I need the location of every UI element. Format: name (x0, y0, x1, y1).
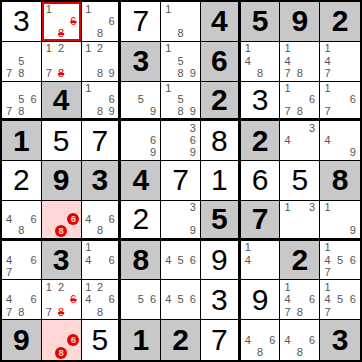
empty-candidate-slot (43, 225, 55, 237)
cell-r9c3[interactable]: 5 (82, 320, 122, 360)
pencil-marks: 168 (43, 3, 80, 40)
pencil-marks: 369 (162, 122, 199, 159)
candidate: 4 (83, 254, 95, 266)
empty-candidate-slot (321, 94, 334, 106)
given-digit: 3 (92, 165, 109, 195)
empty-candidate-slot (106, 202, 118, 214)
cell-r1c5[interactable]: 18 (161, 2, 201, 42)
cell-r2c7[interactable]: 148 (241, 42, 281, 82)
empty-candidate-slot (187, 28, 199, 40)
empty-candidate-slot (122, 135, 134, 147)
empty-candidate-slot (162, 202, 174, 214)
empty-candidate-slot (254, 266, 266, 278)
candidate: 4 (281, 135, 293, 147)
candidate: 1 (321, 43, 334, 55)
cell-r2c4[interactable]: 3 (121, 42, 161, 82)
empty-candidate-slot (266, 254, 278, 266)
given-digit: 9 (53, 165, 70, 195)
empty-candidate-slot (83, 67, 95, 79)
empty-candidate-slot (162, 67, 174, 79)
candidate: 9 (147, 147, 159, 159)
empty-candidate-slot (55, 334, 67, 347)
empty-candidate-slot (187, 306, 199, 318)
given-digit: 1 (13, 126, 30, 156)
pencil-marks: 1278 (43, 43, 80, 80)
pencil-marks: 39 (162, 202, 199, 237)
candidate: 6 (28, 213, 40, 225)
cell-r9c5[interactable]: 2 (161, 320, 201, 360)
empty-candidate-slot (122, 306, 134, 318)
empty-candidate-slot (174, 135, 186, 147)
empty-candidate-slot (306, 147, 318, 159)
eliminated-candidate: 8 (55, 67, 67, 79)
empty-candidate-slot (254, 334, 266, 347)
empty-candidate-slot (94, 15, 106, 27)
cell-r7c6[interactable]: 9 (201, 241, 241, 281)
candidate: 3 (306, 122, 318, 134)
cell-r3c2[interactable]: 4 (42, 82, 82, 122)
empty-candidate-slot (306, 306, 318, 318)
cell-r1c6[interactable]: 4 (201, 2, 241, 42)
empty-candidate-slot (294, 55, 306, 67)
cell-r6c5[interactable]: 39 (161, 201, 201, 241)
candidate: 8 (294, 106, 306, 118)
empty-candidate-slot (67, 55, 79, 67)
empty-candidate-slot (346, 55, 359, 67)
empty-candidate-slot (187, 242, 199, 254)
empty-candidate-slot (306, 213, 318, 225)
given-digit: 1 (132, 325, 149, 355)
given-digit: 8 (132, 245, 149, 275)
empty-candidate-slot (106, 28, 118, 40)
cell-r3c8[interactable]: 1678 (280, 82, 320, 122)
empty-candidate-slot (147, 281, 159, 293)
cell-r8c3[interactable]: 12468 (82, 280, 122, 320)
pair-candidate-badge: 6 (67, 213, 79, 225)
empty-candidate-slot (346, 202, 359, 214)
empty-candidate-slot (3, 43, 15, 55)
cell-r5c3[interactable]: 3 (82, 161, 122, 201)
pencil-marks: 14 (242, 242, 279, 279)
empty-candidate-slot (174, 3, 186, 15)
empty-candidate-slot (334, 202, 347, 214)
cell-r6c6[interactable]: 5 (201, 201, 241, 241)
candidate-slot: 8 (55, 225, 67, 237)
candidate: 6 (106, 294, 118, 306)
empty-candidate-slot (3, 225, 15, 237)
empty-candidate-slot (135, 135, 147, 147)
cell-r4c2[interactable]: 5 (42, 121, 82, 161)
empty-candidate-slot (174, 122, 186, 134)
cell-r7c4[interactable]: 8 (121, 241, 161, 281)
empty-candidate-slot (281, 225, 293, 237)
empty-candidate-slot (147, 94, 159, 106)
candidate: 1 (242, 242, 254, 254)
empty-candidate-slot (294, 334, 306, 347)
candidate: 1 (242, 43, 254, 55)
empty-candidate-slot (3, 242, 15, 254)
empty-candidate-slot (242, 266, 254, 278)
cell-r2c3[interactable]: 1289 (82, 42, 122, 82)
empty-candidate-slot (281, 321, 293, 334)
cell-r1c7[interactable]: 5 (241, 2, 281, 42)
empty-candidate-slot (106, 83, 118, 95)
cell-r5c8[interactable]: 5 (280, 161, 320, 201)
empty-candidate-slot (334, 106, 347, 118)
cell-r6c7[interactable]: 7 (241, 201, 281, 241)
candidate: 5 (135, 294, 147, 306)
cell-r9c7[interactable]: 468 (241, 320, 281, 360)
cell-r2c1[interactable]: 578 (2, 42, 42, 82)
cell-r8c9[interactable]: 14567 (320, 280, 360, 320)
empty-candidate-slot (83, 225, 95, 237)
pencil-marks: 468 (83, 202, 118, 237)
empty-candidate-slot (174, 213, 186, 225)
candidate: 8 (94, 306, 106, 318)
candidate: 7 (3, 306, 15, 318)
empty-candidate-slot (28, 43, 40, 55)
empty-candidate-slot (174, 306, 186, 318)
candidate: 6 (187, 254, 199, 266)
cell-r9c2[interactable]: 68 (42, 320, 82, 360)
empty-candidate-slot (3, 94, 15, 106)
empty-candidate-slot (162, 135, 174, 147)
empty-candidate-slot (28, 55, 40, 67)
pencil-marks: 1589 (162, 83, 199, 118)
pencil-marks: 1678 (281, 83, 318, 118)
solved-digit: 3 (211, 285, 228, 315)
cell-r1c1[interactable]: 3 (2, 2, 42, 42)
cell-r1c2[interactable]: 168 (42, 2, 82, 42)
cell-r2c2[interactable]: 1278 (42, 42, 82, 82)
candidate: 1 (43, 3, 55, 15)
solved-digit: 6 (252, 165, 269, 195)
empty-candidate-slot (174, 225, 186, 237)
given-digit: 2 (252, 126, 269, 156)
empty-candidate-slot (106, 306, 118, 318)
pencil-marks: 14567 (321, 281, 359, 318)
candidate: 5 (334, 254, 347, 266)
cell-r4c6[interactable]: 8 (201, 121, 241, 161)
solved-digit: 8 (211, 126, 228, 156)
candidate: 8 (254, 67, 266, 79)
cell-r3c1[interactable]: 5678 (2, 82, 42, 122)
cell-r6c9[interactable]: 19 (320, 201, 360, 241)
empty-candidate-slot (67, 346, 79, 359)
empty-candidate-slot (294, 294, 306, 306)
pencil-marks: 468 (242, 321, 279, 359)
eliminated-candidate: 6 (67, 294, 79, 306)
empty-candidate-slot (334, 242, 347, 254)
empty-candidate-slot (346, 281, 359, 293)
cell-r4c4[interactable]: 69 (121, 121, 161, 161)
cell-r2c5[interactable]: 1589 (161, 42, 201, 82)
empty-candidate-slot (94, 3, 106, 15)
empty-candidate-slot (346, 266, 359, 278)
empty-candidate-slot (254, 43, 266, 55)
empty-candidate-slot (147, 83, 159, 95)
empty-candidate-slot (346, 83, 359, 95)
empty-candidate-slot (94, 94, 106, 106)
cell-r5c1[interactable]: 2 (2, 161, 42, 201)
cell-r1c9[interactable]: 2 (320, 2, 360, 42)
empty-candidate-slot (106, 43, 118, 55)
empty-candidate-slot (55, 3, 67, 15)
solved-digit: 1 (211, 165, 228, 195)
cell-r5c2[interactable]: 9 (42, 161, 82, 201)
empty-candidate-slot (346, 106, 359, 118)
cell-r1c8[interactable]: 9 (280, 2, 320, 42)
candidate-slot: 8 (55, 346, 67, 359)
cell-r8c7[interactable]: 9 (241, 280, 281, 320)
pencil-marks: 14678 (281, 281, 318, 318)
pencil-marks: 146 (83, 242, 118, 279)
empty-candidate-slot (162, 266, 174, 278)
candidate: 5 (174, 254, 186, 266)
empty-candidate-slot (321, 213, 334, 225)
empty-candidate-slot (174, 266, 186, 278)
cell-r3c7[interactable]: 3 (241, 82, 281, 122)
given-digit: 5 (211, 204, 228, 234)
empty-candidate-slot (83, 28, 95, 40)
cell-r1c4[interactable]: 7 (121, 2, 161, 42)
candidate: 8 (294, 67, 306, 79)
candidate: 5 (135, 94, 147, 106)
cell-r9c8[interactable]: 468 (280, 320, 320, 360)
cell-r3c9[interactable]: 167 (320, 82, 360, 122)
cell-r3c5[interactable]: 1589 (161, 82, 201, 122)
solved-digit: 3 (13, 6, 30, 36)
cell-r2c6[interactable]: 6 (201, 42, 241, 82)
sudoku-board: 3168168718459257812781289315896148147814… (0, 0, 362, 362)
empty-candidate-slot (281, 213, 293, 225)
cell-r6c4[interactable]: 2 (121, 201, 161, 241)
candidate: 1 (83, 43, 95, 55)
cell-r4c8[interactable]: 34 (280, 121, 320, 161)
empty-candidate-slot (28, 225, 40, 237)
cell-r7c5[interactable]: 456 (161, 241, 201, 281)
cell-r6c3[interactable]: 468 (82, 201, 122, 241)
candidate: 1 (321, 83, 334, 95)
cell-r6c1[interactable]: 468 (2, 201, 42, 241)
empty-candidate-slot (266, 266, 278, 278)
cell-r4c3[interactable]: 7 (82, 121, 122, 161)
candidate-slot: 6 (67, 213, 79, 225)
cell-r6c2[interactable]: 68 (42, 201, 82, 241)
cell-r7c1[interactable]: 467 (2, 241, 42, 281)
candidate: 1 (83, 3, 95, 15)
empty-candidate-slot (43, 55, 55, 67)
candidate: 8 (15, 106, 27, 118)
candidate: 9 (106, 106, 118, 118)
empty-candidate-slot (3, 281, 15, 293)
empty-candidate-slot (294, 225, 306, 237)
pencil-marks: 167 (321, 83, 359, 118)
empty-candidate-slot (187, 3, 199, 15)
empty-candidate-slot (94, 242, 106, 254)
given-digit: 3 (332, 325, 349, 355)
pencil-marks: 68 (43, 202, 80, 237)
candidate: 6 (28, 94, 40, 106)
cell-r2c9[interactable]: 147 (320, 42, 360, 82)
empty-candidate-slot (122, 106, 134, 118)
empty-candidate-slot (174, 83, 186, 95)
pencil-marks: 18 (162, 3, 199, 40)
empty-candidate-slot (162, 306, 174, 318)
candidate: 6 (306, 334, 318, 347)
empty-candidate-slot (15, 266, 27, 278)
given-digit: 5 (252, 6, 269, 36)
empty-candidate-slot (106, 225, 118, 237)
cell-r5c6[interactable]: 1 (201, 161, 241, 201)
empty-candidate-slot (135, 83, 147, 95)
empty-candidate-slot (346, 122, 359, 134)
candidate: 3 (187, 122, 199, 134)
empty-candidate-slot (122, 94, 134, 106)
empty-candidate-slot (28, 202, 40, 214)
candidate: 7 (3, 67, 15, 79)
cell-r8c6[interactable]: 3 (201, 280, 241, 320)
candidate: 6 (28, 254, 40, 266)
given-digit: 6 (211, 46, 228, 76)
empty-candidate-slot (254, 254, 266, 266)
empty-candidate-slot (162, 122, 174, 134)
cell-r9c6[interactable]: 7 (201, 320, 241, 360)
cell-r4c9[interactable]: 49 (320, 121, 360, 161)
cell-r5c7[interactable]: 6 (241, 161, 281, 201)
pencil-marks: 1289 (83, 43, 118, 80)
cell-r7c8[interactable]: 2 (280, 241, 320, 281)
empty-candidate-slot (254, 321, 266, 334)
candidate: 9 (187, 225, 199, 237)
empty-candidate-slot (135, 281, 147, 293)
candidate: 9 (147, 106, 159, 118)
cell-r6c8[interactable]: 13 (280, 201, 320, 241)
empty-candidate-slot (162, 55, 174, 67)
candidate-slot: 6 (67, 334, 79, 347)
candidate: 9 (187, 106, 199, 118)
empty-candidate-slot (306, 106, 318, 118)
pencil-marks: 468 (3, 202, 40, 237)
cell-r2c8[interactable]: 1478 (280, 42, 320, 82)
empty-candidate-slot (187, 55, 199, 67)
empty-candidate-slot (266, 242, 278, 254)
pencil-marks: 68 (43, 321, 80, 359)
candidate: 1 (321, 242, 334, 254)
empty-candidate-slot (15, 202, 27, 214)
cell-r7c9[interactable]: 14567 (320, 241, 360, 281)
cell-r5c9[interactable]: 8 (320, 161, 360, 201)
cell-r5c5[interactable]: 7 (161, 161, 201, 201)
cell-r5c4[interactable]: 4 (121, 161, 161, 201)
empty-candidate-slot (94, 254, 106, 266)
cell-r8c8[interactable]: 14678 (280, 280, 320, 320)
candidate: 8 (94, 106, 106, 118)
candidate: 6 (187, 135, 199, 147)
candidate: 5 (174, 294, 186, 306)
cell-r9c1[interactable]: 9 (2, 320, 42, 360)
given-digit: 4 (132, 165, 149, 195)
solved-digit: 5 (53, 126, 70, 156)
candidate: 1 (83, 83, 95, 95)
candidate: 8 (294, 306, 306, 318)
empty-candidate-slot (294, 321, 306, 334)
candidate: 6 (306, 94, 318, 106)
candidate: 6 (106, 213, 118, 225)
cell-r9c9[interactable]: 3 (320, 320, 360, 360)
cell-r3c4[interactable]: 59 (121, 82, 161, 122)
cell-r9c4[interactable]: 1 (121, 320, 161, 360)
pair-candidate-badge: 6 (67, 334, 79, 346)
cell-r4c1[interactable]: 1 (2, 121, 42, 161)
empty-candidate-slot (346, 306, 359, 318)
empty-candidate-slot (28, 106, 40, 118)
empty-candidate-slot (67, 28, 79, 40)
candidate: 4 (242, 55, 254, 67)
cell-r4c7[interactable]: 2 (241, 121, 281, 161)
empty-candidate-slot (162, 242, 174, 254)
empty-candidate-slot (147, 122, 159, 134)
candidate: 4 (321, 294, 334, 306)
solved-digit: 7 (92, 126, 109, 156)
candidate: 8 (15, 67, 27, 79)
empty-candidate-slot (83, 94, 95, 106)
solved-digit: 5 (291, 165, 308, 195)
empty-candidate-slot (122, 281, 134, 293)
cell-r7c2[interactable]: 3 (42, 241, 82, 281)
pencil-marks: 69 (122, 122, 159, 159)
candidate: 1 (281, 83, 293, 95)
cell-r8c4[interactable]: 56 (121, 280, 161, 320)
empty-candidate-slot (67, 3, 79, 15)
empty-candidate-slot (294, 213, 306, 225)
candidate: 2 (94, 43, 106, 55)
cell-r4c5[interactable]: 369 (161, 121, 201, 161)
empty-candidate-slot (334, 83, 347, 95)
empty-candidate-slot (28, 281, 40, 293)
cell-r8c1[interactable]: 4678 (2, 280, 42, 320)
empty-candidate-slot (15, 281, 27, 293)
empty-candidate-slot (67, 281, 79, 293)
candidate: 4 (321, 135, 334, 147)
cell-r8c5[interactable]: 456 (161, 280, 201, 320)
solved-digit: 7 (132, 6, 149, 36)
candidate: 6 (266, 334, 278, 347)
empty-candidate-slot (43, 213, 55, 225)
empty-candidate-slot (162, 94, 174, 106)
cell-r3c3[interactable]: 1689 (82, 82, 122, 122)
candidate: 1 (162, 3, 174, 15)
empty-candidate-slot (162, 147, 174, 159)
cell-r8c2[interactable]: 12678 (42, 280, 82, 320)
eliminated-candidate: 6 (67, 15, 79, 27)
empty-candidate-slot (306, 281, 318, 293)
candidate: 8 (174, 67, 186, 79)
empty-candidate-slot (94, 202, 106, 214)
empty-candidate-slot (334, 306, 347, 318)
cell-r7c7[interactable]: 14 (241, 241, 281, 281)
empty-candidate-slot (15, 242, 27, 254)
empty-candidate-slot (94, 55, 106, 67)
candidate: 5 (174, 94, 186, 106)
candidate: 7 (43, 67, 55, 79)
given-digit: 3 (132, 46, 149, 76)
pencil-marks: 456 (162, 242, 199, 279)
cell-r7c3[interactable]: 146 (82, 241, 122, 281)
cell-r3c6[interactable]: 2 (201, 82, 241, 122)
candidate: 9 (187, 147, 199, 159)
cell-r1c3[interactable]: 168 (82, 2, 122, 42)
